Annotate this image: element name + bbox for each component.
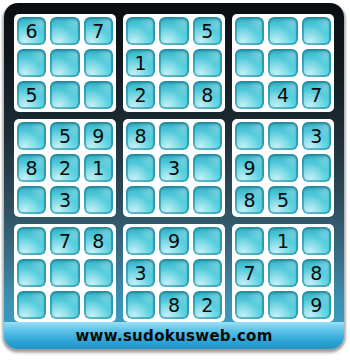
cell-r4c8[interactable] bbox=[268, 122, 297, 150]
given-digit: 7 bbox=[92, 22, 104, 41]
sudoku-board: 6755128475982138339857893821789 bbox=[14, 14, 334, 322]
cell-r4c9[interactable]: 3 bbox=[302, 122, 331, 150]
cell-r4c2[interactable]: 5 bbox=[50, 122, 79, 150]
sudoku-app: 6755128475982138339857893821789 www.sudo… bbox=[0, 0, 350, 360]
cell-r2c3[interactable] bbox=[84, 49, 113, 77]
board-frame: 6755128475982138339857893821789 www.sudo… bbox=[4, 3, 344, 349]
box-1-1: 675 bbox=[14, 14, 116, 112]
cell-r2c4[interactable]: 1 bbox=[126, 49, 155, 77]
cell-r4c7[interactable] bbox=[235, 122, 264, 150]
given-digit: 9 bbox=[244, 159, 256, 178]
cell-r4c5[interactable] bbox=[159, 122, 188, 150]
cell-r9c7[interactable] bbox=[235, 291, 264, 319]
given-digit: 7 bbox=[244, 264, 256, 283]
given-digit: 9 bbox=[92, 127, 104, 146]
cell-r2c2[interactable] bbox=[50, 49, 79, 77]
cell-r8c4[interactable]: 3 bbox=[126, 259, 155, 287]
given-digit: 4 bbox=[277, 86, 289, 105]
cell-r1c4[interactable] bbox=[126, 17, 155, 45]
cell-r9c4[interactable] bbox=[126, 291, 155, 319]
cell-r9c5[interactable]: 8 bbox=[159, 291, 188, 319]
cell-r5c3[interactable]: 1 bbox=[84, 154, 113, 182]
given-digit: 8 bbox=[244, 191, 256, 210]
cell-r5c9[interactable] bbox=[302, 154, 331, 182]
cell-r6c8[interactable]: 5 bbox=[268, 186, 297, 214]
cell-r5c6[interactable] bbox=[193, 154, 222, 182]
box-3-3: 1789 bbox=[232, 224, 334, 322]
cell-r2c6[interactable] bbox=[193, 49, 222, 77]
given-digit: 3 bbox=[310, 127, 322, 146]
given-digit: 2 bbox=[135, 86, 147, 105]
given-digit: 5 bbox=[26, 86, 38, 105]
cell-r8c7[interactable]: 7 bbox=[235, 259, 264, 287]
box-2-2: 83 bbox=[123, 119, 225, 217]
given-digit: 5 bbox=[59, 127, 71, 146]
given-digit: 8 bbox=[310, 264, 322, 283]
cell-r6c7[interactable]: 8 bbox=[235, 186, 264, 214]
given-digit: 8 bbox=[26, 159, 38, 178]
given-digit: 9 bbox=[310, 296, 322, 315]
cell-r3c9[interactable]: 7 bbox=[302, 81, 331, 109]
cell-r6c5[interactable] bbox=[159, 186, 188, 214]
given-digit: 8 bbox=[201, 86, 213, 105]
cell-r7c4[interactable] bbox=[126, 227, 155, 255]
cell-r6c3[interactable] bbox=[84, 186, 113, 214]
cell-r7c9[interactable] bbox=[302, 227, 331, 255]
cell-r2c1[interactable] bbox=[17, 49, 46, 77]
cell-r7c3[interactable]: 8 bbox=[84, 227, 113, 255]
cell-r1c6[interactable]: 5 bbox=[193, 17, 222, 45]
cell-r6c2[interactable]: 3 bbox=[50, 186, 79, 214]
given-digit: 3 bbox=[59, 191, 71, 210]
cell-r3c1[interactable]: 5 bbox=[17, 81, 46, 109]
cell-r3c3[interactable] bbox=[84, 81, 113, 109]
cell-r7c6[interactable] bbox=[193, 227, 222, 255]
given-digit: 8 bbox=[135, 127, 147, 146]
cell-r3c7[interactable] bbox=[235, 81, 264, 109]
given-digit: 2 bbox=[201, 296, 213, 315]
given-digit: 7 bbox=[310, 86, 322, 105]
cell-r9c8[interactable] bbox=[268, 291, 297, 319]
given-digit: 8 bbox=[92, 232, 104, 251]
cell-r4c1[interactable] bbox=[17, 122, 46, 150]
cell-r4c3[interactable]: 9 bbox=[84, 122, 113, 150]
cell-r5c2[interactable]: 2 bbox=[50, 154, 79, 182]
given-digit: 8 bbox=[168, 296, 180, 315]
cell-r5c5[interactable]: 3 bbox=[159, 154, 188, 182]
cell-r1c3[interactable]: 7 bbox=[84, 17, 113, 45]
cell-r9c2[interactable] bbox=[50, 291, 79, 319]
cell-r8c3[interactable] bbox=[84, 259, 113, 287]
cell-r6c6[interactable] bbox=[193, 186, 222, 214]
cell-r1c5[interactable] bbox=[159, 17, 188, 45]
cell-r8c8[interactable] bbox=[268, 259, 297, 287]
box-3-1: 78 bbox=[14, 224, 116, 322]
box-2-3: 3985 bbox=[232, 119, 334, 217]
cell-r6c4[interactable] bbox=[126, 186, 155, 214]
cell-r5c4[interactable] bbox=[126, 154, 155, 182]
cell-r5c7[interactable]: 9 bbox=[235, 154, 264, 182]
cell-r8c9[interactable]: 8 bbox=[302, 259, 331, 287]
given-digit: 5 bbox=[277, 191, 289, 210]
cell-r8c2[interactable] bbox=[50, 259, 79, 287]
given-digit: 1 bbox=[92, 159, 104, 178]
cell-r8c6[interactable] bbox=[193, 259, 222, 287]
cell-r1c9[interactable] bbox=[302, 17, 331, 45]
cell-r6c1[interactable] bbox=[17, 186, 46, 214]
cell-r9c1[interactable] bbox=[17, 291, 46, 319]
cell-r3c4[interactable]: 2 bbox=[126, 81, 155, 109]
cell-r4c6[interactable] bbox=[193, 122, 222, 150]
cell-r4c4[interactable]: 8 bbox=[126, 122, 155, 150]
cell-r7c2[interactable]: 7 bbox=[50, 227, 79, 255]
cell-r7c7[interactable] bbox=[235, 227, 264, 255]
box-3-2: 9382 bbox=[123, 224, 225, 322]
cell-r1c8[interactable] bbox=[268, 17, 297, 45]
given-digit: 1 bbox=[135, 54, 147, 73]
given-digit: 1 bbox=[277, 232, 289, 251]
cell-r7c8[interactable]: 1 bbox=[268, 227, 297, 255]
box-2-1: 598213 bbox=[14, 119, 116, 217]
cell-r3c6[interactable]: 8 bbox=[193, 81, 222, 109]
website-link[interactable]: www.sudokusweb.com bbox=[75, 327, 272, 345]
cell-r9c9[interactable]: 9 bbox=[302, 291, 331, 319]
cell-r9c6[interactable]: 2 bbox=[193, 291, 222, 319]
cell-r5c1[interactable]: 8 bbox=[17, 154, 46, 182]
cell-r1c1[interactable]: 6 bbox=[17, 17, 46, 45]
given-digit: 6 bbox=[26, 22, 38, 41]
given-digit: 3 bbox=[168, 159, 180, 178]
cell-r2c9[interactable] bbox=[302, 49, 331, 77]
given-digit: 2 bbox=[59, 159, 71, 178]
box-1-2: 5128 bbox=[123, 14, 225, 112]
cell-r2c7[interactable] bbox=[235, 49, 264, 77]
cell-r8c1[interactable] bbox=[17, 259, 46, 287]
cell-r3c2[interactable] bbox=[50, 81, 79, 109]
cell-r2c8[interactable] bbox=[268, 49, 297, 77]
cell-r1c2[interactable] bbox=[50, 17, 79, 45]
cell-r7c1[interactable] bbox=[17, 227, 46, 255]
cell-r8c5[interactable] bbox=[159, 259, 188, 287]
given-digit: 7 bbox=[59, 232, 71, 251]
cell-r7c5[interactable]: 9 bbox=[159, 227, 188, 255]
cell-r1c7[interactable] bbox=[235, 17, 264, 45]
footer-band: www.sudokusweb.com bbox=[4, 322, 344, 349]
cell-r3c5[interactable] bbox=[159, 81, 188, 109]
cell-r5c8[interactable] bbox=[268, 154, 297, 182]
cell-r3c8[interactable]: 4 bbox=[268, 81, 297, 109]
cell-r6c9[interactable] bbox=[302, 186, 331, 214]
box-1-3: 47 bbox=[232, 14, 334, 112]
cell-r2c5[interactable] bbox=[159, 49, 188, 77]
given-digit: 3 bbox=[135, 264, 147, 283]
given-digit: 9 bbox=[168, 232, 180, 251]
cell-r9c3[interactable] bbox=[84, 291, 113, 319]
given-digit: 5 bbox=[201, 22, 213, 41]
